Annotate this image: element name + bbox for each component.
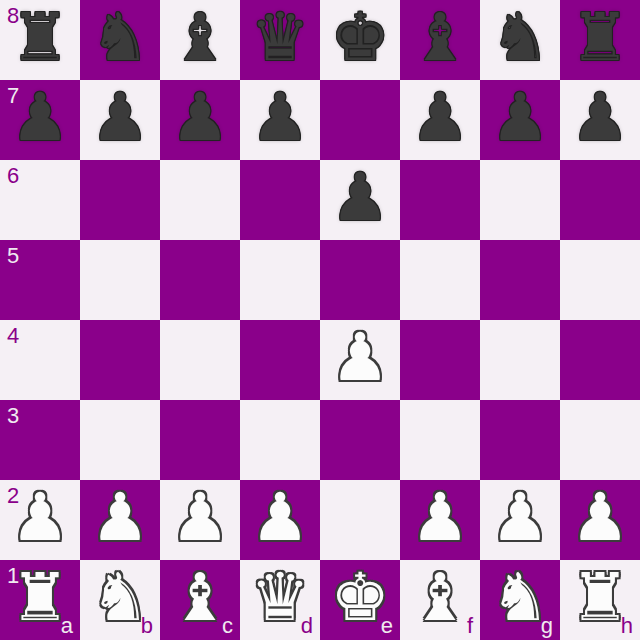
square-a8[interactable]: 8♜: [0, 0, 80, 80]
square-g8[interactable]: ♞: [480, 0, 560, 80]
square-b7[interactable]: ♟: [80, 80, 160, 160]
white-knight[interactable]: ♞: [90, 565, 149, 631]
black-pawn[interactable]: ♟: [570, 85, 629, 151]
square-g4[interactable]: [480, 320, 560, 400]
black-pawn[interactable]: ♟: [410, 85, 469, 151]
square-e2[interactable]: [320, 480, 400, 560]
square-d2[interactable]: ♟: [240, 480, 320, 560]
square-a2[interactable]: 2♟: [0, 480, 80, 560]
black-pawn[interactable]: ♟: [90, 85, 149, 151]
square-h7[interactable]: ♟: [560, 80, 640, 160]
black-bishop[interactable]: ♝: [410, 5, 469, 71]
white-pawn[interactable]: ♟: [10, 485, 69, 551]
square-g1[interactable]: g♞: [480, 560, 560, 640]
black-queen[interactable]: ♛: [250, 5, 309, 71]
black-rook[interactable]: ♜: [10, 5, 69, 71]
rank-label-5: 5: [7, 245, 19, 267]
square-f1[interactable]: f♝: [400, 560, 480, 640]
white-pawn[interactable]: ♟: [90, 485, 149, 551]
black-pawn[interactable]: ♟: [170, 85, 229, 151]
square-f8[interactable]: ♝: [400, 0, 480, 80]
square-b8[interactable]: ♞: [80, 0, 160, 80]
square-e5[interactable]: [320, 240, 400, 320]
black-pawn[interactable]: ♟: [330, 165, 389, 231]
white-pawn[interactable]: ♟: [490, 485, 549, 551]
rank-label-3: 3: [7, 405, 19, 427]
square-a1[interactable]: 1a♜: [0, 560, 80, 640]
square-d5[interactable]: [240, 240, 320, 320]
square-g6[interactable]: [480, 160, 560, 240]
square-c5[interactable]: [160, 240, 240, 320]
white-pawn[interactable]: ♟: [410, 485, 469, 551]
black-rook[interactable]: ♜: [570, 5, 629, 71]
square-h2[interactable]: ♟: [560, 480, 640, 560]
square-h6[interactable]: [560, 160, 640, 240]
square-e6[interactable]: ♟: [320, 160, 400, 240]
square-a6[interactable]: 6: [0, 160, 80, 240]
white-knight[interactable]: ♞: [490, 565, 549, 631]
square-c2[interactable]: ♟: [160, 480, 240, 560]
square-f3[interactable]: [400, 400, 480, 480]
square-c6[interactable]: [160, 160, 240, 240]
white-pawn[interactable]: ♟: [250, 485, 309, 551]
square-a3[interactable]: 3: [0, 400, 80, 480]
square-h5[interactable]: [560, 240, 640, 320]
rank-label-4: 4: [7, 325, 19, 347]
square-a4[interactable]: 4: [0, 320, 80, 400]
black-pawn[interactable]: ♟: [250, 85, 309, 151]
square-c4[interactable]: [160, 320, 240, 400]
white-bishop[interactable]: ♝: [170, 565, 229, 631]
square-g3[interactable]: [480, 400, 560, 480]
square-e3[interactable]: [320, 400, 400, 480]
square-f5[interactable]: [400, 240, 480, 320]
square-f4[interactable]: [400, 320, 480, 400]
square-b4[interactable]: [80, 320, 160, 400]
square-c8[interactable]: ♝: [160, 0, 240, 80]
square-d3[interactable]: [240, 400, 320, 480]
white-rook[interactable]: ♜: [570, 565, 629, 631]
square-a5[interactable]: 5: [0, 240, 80, 320]
square-d1[interactable]: d♛: [240, 560, 320, 640]
black-king[interactable]: ♚: [330, 5, 389, 71]
square-h4[interactable]: [560, 320, 640, 400]
white-bishop[interactable]: ♝: [410, 565, 469, 631]
square-d4[interactable]: [240, 320, 320, 400]
white-king[interactable]: ♚: [330, 565, 389, 631]
rank-label-6: 6: [7, 165, 19, 187]
square-e1[interactable]: e♚: [320, 560, 400, 640]
square-d6[interactable]: [240, 160, 320, 240]
square-e4[interactable]: ♟: [320, 320, 400, 400]
black-knight[interactable]: ♞: [90, 5, 149, 71]
white-pawn[interactable]: ♟: [330, 325, 389, 391]
square-b1[interactable]: b♞: [80, 560, 160, 640]
square-f7[interactable]: ♟: [400, 80, 480, 160]
black-bishop[interactable]: ♝: [170, 5, 229, 71]
white-pawn[interactable]: ♟: [170, 485, 229, 551]
black-knight[interactable]: ♞: [490, 5, 549, 71]
square-c7[interactable]: ♟: [160, 80, 240, 160]
square-h8[interactable]: ♜: [560, 0, 640, 80]
square-b5[interactable]: [80, 240, 160, 320]
square-d8[interactable]: ♛: [240, 0, 320, 80]
black-pawn[interactable]: ♟: [10, 85, 69, 151]
square-b2[interactable]: ♟: [80, 480, 160, 560]
square-e8[interactable]: ♚: [320, 0, 400, 80]
white-pawn[interactable]: ♟: [570, 485, 629, 551]
square-g5[interactable]: [480, 240, 560, 320]
square-c3[interactable]: [160, 400, 240, 480]
chess-board: 8♜♞♝♛♚♝♞♜7♟♟♟♟♟♟♟6♟54♟32♟♟♟♟♟♟♟1a♜b♞c♝d♛…: [0, 0, 640, 640]
square-e7[interactable]: [320, 80, 400, 160]
black-pawn[interactable]: ♟: [490, 85, 549, 151]
square-h1[interactable]: h♜: [560, 560, 640, 640]
square-c1[interactable]: c♝: [160, 560, 240, 640]
square-a7[interactable]: 7♟: [0, 80, 80, 160]
white-rook[interactable]: ♜: [10, 565, 69, 631]
square-f6[interactable]: [400, 160, 480, 240]
square-g2[interactable]: ♟: [480, 480, 560, 560]
white-queen[interactable]: ♛: [250, 565, 309, 631]
square-f2[interactable]: ♟: [400, 480, 480, 560]
square-d7[interactable]: ♟: [240, 80, 320, 160]
square-b3[interactable]: [80, 400, 160, 480]
square-g7[interactable]: ♟: [480, 80, 560, 160]
square-h3[interactable]: [560, 400, 640, 480]
square-b6[interactable]: [80, 160, 160, 240]
